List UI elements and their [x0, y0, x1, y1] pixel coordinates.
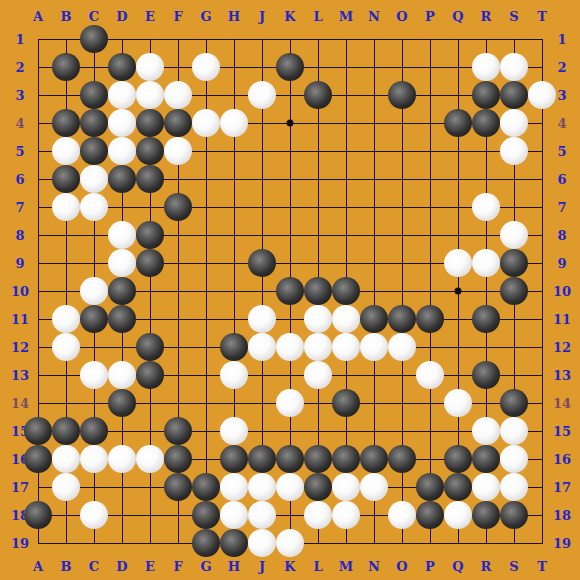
- white-stone: [192, 109, 220, 137]
- column-label-bottom: Q: [452, 560, 463, 573]
- white-stone: [276, 389, 304, 417]
- black-stone: [24, 501, 52, 529]
- black-stone: [164, 473, 192, 501]
- white-stone: [444, 501, 472, 529]
- white-stone: [136, 53, 164, 81]
- black-stone: [192, 473, 220, 501]
- row-label-left: 2: [15, 61, 24, 74]
- white-stone: [220, 361, 248, 389]
- white-stone: [500, 137, 528, 165]
- column-label-bottom: E: [145, 560, 155, 573]
- black-stone: [472, 361, 500, 389]
- row-label-left: 17: [11, 481, 29, 494]
- white-stone: [108, 445, 136, 473]
- black-stone: [472, 81, 500, 109]
- column-label-top: G: [200, 10, 211, 23]
- white-stone: [360, 333, 388, 361]
- black-stone: [444, 473, 472, 501]
- black-stone: [136, 109, 164, 137]
- row-label-left: 13: [11, 369, 29, 382]
- row-label-right: 1: [557, 33, 566, 46]
- column-label-bottom: L: [313, 560, 322, 573]
- white-stone: [52, 333, 80, 361]
- black-stone: [136, 221, 164, 249]
- column-label-top: A: [33, 10, 43, 23]
- white-stone: [220, 473, 248, 501]
- white-stone: [472, 193, 500, 221]
- black-stone: [136, 333, 164, 361]
- row-label-left: 9: [15, 257, 24, 270]
- white-stone: [388, 501, 416, 529]
- black-stone: [80, 81, 108, 109]
- black-stone: [500, 277, 528, 305]
- white-stone: [500, 221, 528, 249]
- black-stone: [52, 165, 80, 193]
- black-stone: [360, 445, 388, 473]
- black-stone: [220, 529, 248, 557]
- black-stone: [416, 305, 444, 333]
- row-label-left: 8: [15, 229, 24, 242]
- row-label-left: 14: [11, 397, 29, 410]
- black-stone: [444, 109, 472, 137]
- column-label-bottom: F: [173, 560, 182, 573]
- black-stone: [164, 417, 192, 445]
- white-stone: [80, 193, 108, 221]
- row-label-left: 5: [15, 145, 24, 158]
- white-stone: [500, 417, 528, 445]
- column-label-top: D: [116, 10, 127, 23]
- black-stone: [360, 305, 388, 333]
- white-stone: [108, 81, 136, 109]
- black-stone: [52, 109, 80, 137]
- white-stone: [80, 165, 108, 193]
- black-stone: [80, 109, 108, 137]
- white-stone: [248, 529, 276, 557]
- row-label-right: 17: [553, 481, 571, 494]
- black-stone: [304, 473, 332, 501]
- black-stone: [276, 53, 304, 81]
- row-label-right: 12: [553, 341, 571, 354]
- black-stone: [164, 445, 192, 473]
- white-stone: [248, 501, 276, 529]
- black-stone: [108, 277, 136, 305]
- column-label-top: N: [368, 10, 380, 23]
- column-label-top: L: [313, 10, 322, 23]
- black-stone: [388, 305, 416, 333]
- column-label-bottom: P: [425, 560, 435, 573]
- black-stone: [472, 445, 500, 473]
- column-label-top: J: [259, 10, 265, 23]
- black-stone: [52, 53, 80, 81]
- row-label-left: 11: [11, 313, 29, 326]
- star-point: [287, 120, 294, 127]
- black-stone: [136, 361, 164, 389]
- column-label-top: S: [509, 10, 518, 23]
- white-stone: [248, 473, 276, 501]
- row-label-left: 10: [11, 285, 29, 298]
- white-stone: [164, 137, 192, 165]
- white-stone: [164, 81, 192, 109]
- white-stone: [192, 53, 220, 81]
- column-label-bottom: B: [61, 560, 72, 573]
- row-label-right: 6: [557, 173, 566, 186]
- row-label-left: 4: [15, 117, 24, 130]
- black-stone: [164, 193, 192, 221]
- column-label-bottom: M: [339, 560, 353, 573]
- row-label-right: 3: [557, 89, 566, 102]
- black-stone: [444, 445, 472, 473]
- column-label-top: C: [89, 10, 99, 23]
- black-stone: [192, 501, 220, 529]
- black-stone: [220, 333, 248, 361]
- row-label-left: 6: [15, 173, 24, 186]
- white-stone: [304, 333, 332, 361]
- white-stone: [276, 473, 304, 501]
- black-stone: [108, 305, 136, 333]
- row-label-right: 16: [553, 453, 571, 466]
- column-label-bottom: N: [368, 560, 380, 573]
- black-stone: [276, 277, 304, 305]
- row-label-right: 10: [553, 285, 571, 298]
- black-stone: [500, 501, 528, 529]
- white-stone: [248, 81, 276, 109]
- column-label-bottom: A: [33, 560, 43, 573]
- column-label-top: T: [537, 10, 547, 23]
- black-stone: [332, 445, 360, 473]
- white-stone: [416, 361, 444, 389]
- white-stone: [80, 277, 108, 305]
- white-stone: [500, 445, 528, 473]
- white-stone: [248, 333, 276, 361]
- white-stone: [52, 137, 80, 165]
- column-label-top: M: [339, 10, 353, 23]
- black-stone: [472, 501, 500, 529]
- column-label-bottom: T: [537, 560, 547, 573]
- black-stone: [388, 81, 416, 109]
- column-label-top: F: [173, 10, 182, 23]
- white-stone: [304, 501, 332, 529]
- white-stone: [52, 305, 80, 333]
- row-label-left: 7: [15, 201, 24, 214]
- star-point: [455, 288, 462, 295]
- white-stone: [472, 417, 500, 445]
- white-stone: [332, 501, 360, 529]
- black-stone: [472, 305, 500, 333]
- black-stone: [136, 249, 164, 277]
- white-stone: [388, 333, 416, 361]
- white-stone: [444, 249, 472, 277]
- black-stone: [304, 445, 332, 473]
- row-label-right: 9: [557, 257, 566, 270]
- black-stone: [164, 109, 192, 137]
- black-stone: [108, 165, 136, 193]
- white-stone: [52, 193, 80, 221]
- white-stone: [220, 501, 248, 529]
- column-label-bottom: C: [89, 560, 99, 573]
- black-stone: [80, 137, 108, 165]
- white-stone: [444, 389, 472, 417]
- black-stone: [500, 249, 528, 277]
- black-stone: [248, 249, 276, 277]
- black-stone: [416, 501, 444, 529]
- row-label-right: 15: [553, 425, 571, 438]
- white-stone: [108, 361, 136, 389]
- white-stone: [500, 473, 528, 501]
- black-stone: [472, 109, 500, 137]
- white-stone: [136, 81, 164, 109]
- black-stone: [108, 389, 136, 417]
- row-label-right: 11: [553, 313, 571, 326]
- go-board[interactable]: AABBCCDDEEFFGGHHJJKKLLMMNNOOPPQQRRSSTT11…: [0, 0, 580, 580]
- white-stone: [136, 445, 164, 473]
- black-stone: [304, 277, 332, 305]
- white-stone: [108, 109, 136, 137]
- row-label-right: 19: [553, 537, 571, 550]
- white-stone: [360, 473, 388, 501]
- column-label-top: O: [396, 10, 407, 23]
- column-label-bottom: K: [284, 560, 295, 573]
- white-stone: [276, 333, 304, 361]
- black-stone: [220, 445, 248, 473]
- row-label-right: 14: [553, 397, 571, 410]
- black-stone: [416, 473, 444, 501]
- black-stone: [108, 53, 136, 81]
- row-label-right: 8: [557, 229, 566, 242]
- white-stone: [500, 53, 528, 81]
- black-stone: [52, 417, 80, 445]
- column-label-top: B: [61, 10, 72, 23]
- black-stone: [500, 389, 528, 417]
- black-stone: [24, 417, 52, 445]
- white-stone: [248, 305, 276, 333]
- black-stone: [80, 25, 108, 53]
- black-stone: [276, 445, 304, 473]
- black-stone: [136, 165, 164, 193]
- white-stone: [304, 305, 332, 333]
- column-label-top: E: [145, 10, 155, 23]
- white-stone: [276, 529, 304, 557]
- black-stone: [332, 277, 360, 305]
- white-stone: [80, 361, 108, 389]
- white-stone: [80, 501, 108, 529]
- column-label-top: Q: [452, 10, 463, 23]
- row-label-right: 2: [557, 61, 566, 74]
- column-label-top: K: [284, 10, 295, 23]
- black-stone: [136, 137, 164, 165]
- white-stone: [52, 445, 80, 473]
- white-stone: [332, 305, 360, 333]
- column-label-bottom: J: [259, 560, 265, 573]
- row-label-right: 5: [557, 145, 566, 158]
- column-label-bottom: S: [509, 560, 518, 573]
- column-label-top: H: [228, 10, 240, 23]
- row-label-left: 12: [11, 341, 29, 354]
- column-label-top: P: [425, 10, 435, 23]
- black-stone: [500, 81, 528, 109]
- black-stone: [388, 445, 416, 473]
- black-stone: [248, 445, 276, 473]
- white-stone: [220, 417, 248, 445]
- white-stone: [108, 249, 136, 277]
- column-label-bottom: R: [481, 560, 492, 573]
- white-stone: [472, 473, 500, 501]
- black-stone: [332, 389, 360, 417]
- white-stone: [304, 361, 332, 389]
- white-stone: [472, 53, 500, 81]
- white-stone: [108, 137, 136, 165]
- row-label-left: 19: [11, 537, 29, 550]
- white-stone: [528, 81, 556, 109]
- black-stone: [80, 305, 108, 333]
- column-label-bottom: D: [116, 560, 127, 573]
- black-stone: [304, 81, 332, 109]
- column-label-top: R: [481, 10, 492, 23]
- white-stone: [80, 445, 108, 473]
- white-stone: [52, 473, 80, 501]
- column-label-bottom: G: [200, 560, 211, 573]
- white-stone: [472, 249, 500, 277]
- row-label-right: 7: [557, 201, 566, 214]
- row-label-right: 13: [553, 369, 571, 382]
- white-stone: [108, 221, 136, 249]
- row-label-right: 4: [557, 117, 566, 130]
- black-stone: [192, 529, 220, 557]
- column-label-bottom: H: [228, 560, 240, 573]
- row-label-left: 1: [15, 33, 24, 46]
- white-stone: [220, 109, 248, 137]
- row-label-right: 18: [553, 509, 571, 522]
- black-stone: [24, 445, 52, 473]
- column-label-bottom: O: [396, 560, 407, 573]
- black-stone: [80, 417, 108, 445]
- row-label-left: 3: [15, 89, 24, 102]
- white-stone: [500, 109, 528, 137]
- white-stone: [332, 333, 360, 361]
- white-stone: [332, 473, 360, 501]
